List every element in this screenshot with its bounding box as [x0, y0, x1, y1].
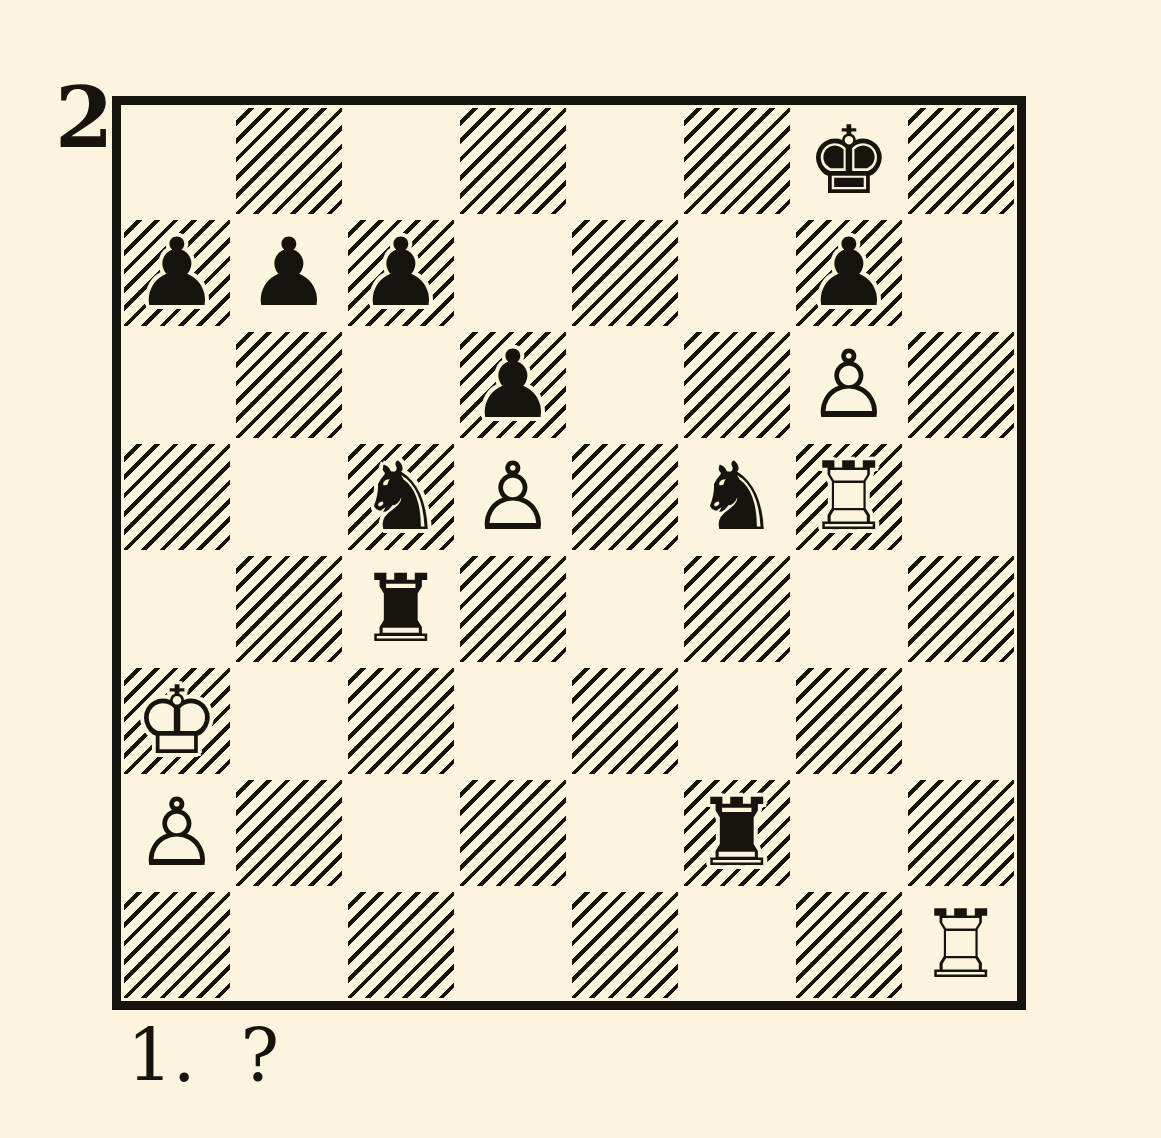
square-b4 [233, 553, 345, 665]
square-c6 [345, 329, 457, 441]
square-b6 [233, 329, 345, 441]
square-e7 [569, 217, 681, 329]
square-g8: ♚♚ [793, 105, 905, 217]
square-f1 [681, 889, 793, 1001]
square-h4 [905, 553, 1017, 665]
square-c7: ♟♟ [345, 217, 457, 329]
white-pawn-glyph: ♙ [121, 777, 233, 889]
black-pawn-glyph: ♟ [121, 217, 233, 329]
white-king-glyph: ♔ [121, 665, 233, 777]
piece-black-king: ♚♚ [793, 105, 905, 217]
square-e4 [569, 553, 681, 665]
square-a6 [121, 329, 233, 441]
square-f2: ♜♜ [681, 777, 793, 889]
square-d1 [457, 889, 569, 1001]
square-h7 [905, 217, 1017, 329]
square-f3 [681, 665, 793, 777]
square-f6 [681, 329, 793, 441]
black-king-glyph: ♚ [793, 105, 905, 217]
square-a3: ♚♔ [121, 665, 233, 777]
square-g6: ♟♙ [793, 329, 905, 441]
black-pawn-glyph: ♟ [233, 217, 345, 329]
square-e5 [569, 441, 681, 553]
square-e8 [569, 105, 681, 217]
square-d3 [457, 665, 569, 777]
chess-board: ♚♚♟♟♟♟♟♟♟♟♟♟♟♙♞♞♟♙♞♞♜♖♜♜♚♔♟♙♜♜♜♖ [121, 105, 1017, 1001]
square-h5 [905, 441, 1017, 553]
square-h6 [905, 329, 1017, 441]
square-g5: ♜♖ [793, 441, 905, 553]
move-prompt: 1. ? [127, 1013, 279, 1099]
square-d6: ♟♟ [457, 329, 569, 441]
square-g3 [793, 665, 905, 777]
square-b7: ♟♟ [233, 217, 345, 329]
square-h3 [905, 665, 1017, 777]
square-c8 [345, 105, 457, 217]
square-a2: ♟♙ [121, 777, 233, 889]
square-e6 [569, 329, 681, 441]
piece-black-knight: ♞♞ [345, 441, 457, 553]
square-a5 [121, 441, 233, 553]
square-b2 [233, 777, 345, 889]
square-f8 [681, 105, 793, 217]
square-b3 [233, 665, 345, 777]
square-h1: ♜♖ [905, 889, 1017, 1001]
square-c5: ♞♞ [345, 441, 457, 553]
piece-black-pawn: ♟♟ [345, 217, 457, 329]
piece-black-pawn: ♟♟ [233, 217, 345, 329]
white-pawn-glyph: ♙ [457, 441, 569, 553]
piece-white-pawn: ♟♙ [121, 777, 233, 889]
square-e2 [569, 777, 681, 889]
black-knight-glyph: ♞ [345, 441, 457, 553]
square-g4 [793, 553, 905, 665]
square-f5: ♞♞ [681, 441, 793, 553]
square-g2 [793, 777, 905, 889]
square-c3 [345, 665, 457, 777]
square-d7 [457, 217, 569, 329]
white-rook-glyph: ♖ [905, 889, 1017, 1001]
black-pawn-glyph: ♟ [457, 329, 569, 441]
square-b1 [233, 889, 345, 1001]
square-h2 [905, 777, 1017, 889]
chess-board-frame: ♚♚♟♟♟♟♟♟♟♟♟♟♟♙♞♞♟♙♞♞♜♖♜♜♚♔♟♙♜♜♜♖ [112, 96, 1026, 1010]
square-d5: ♟♙ [457, 441, 569, 553]
piece-white-pawn: ♟♙ [793, 329, 905, 441]
piece-black-rook: ♜♜ [681, 777, 793, 889]
piece-white-king: ♚♔ [121, 665, 233, 777]
square-f7 [681, 217, 793, 329]
square-g7: ♟♟ [793, 217, 905, 329]
square-h8 [905, 105, 1017, 217]
square-d2 [457, 777, 569, 889]
black-knight-glyph: ♞ [681, 441, 793, 553]
white-rook-glyph: ♖ [793, 441, 905, 553]
square-b8 [233, 105, 345, 217]
square-c4: ♜♜ [345, 553, 457, 665]
square-b5 [233, 441, 345, 553]
square-a7: ♟♟ [121, 217, 233, 329]
square-e1 [569, 889, 681, 1001]
square-a8 [121, 105, 233, 217]
piece-black-pawn: ♟♟ [121, 217, 233, 329]
square-c2 [345, 777, 457, 889]
piece-white-rook: ♜♖ [905, 889, 1017, 1001]
square-e3 [569, 665, 681, 777]
square-f4 [681, 553, 793, 665]
white-pawn-glyph: ♙ [793, 329, 905, 441]
square-d4 [457, 553, 569, 665]
square-a1 [121, 889, 233, 1001]
piece-black-pawn: ♟♟ [457, 329, 569, 441]
black-pawn-glyph: ♟ [793, 217, 905, 329]
square-c1 [345, 889, 457, 1001]
piece-white-pawn: ♟♙ [457, 441, 569, 553]
square-g1 [793, 889, 905, 1001]
square-d8 [457, 105, 569, 217]
piece-black-rook: ♜♜ [345, 553, 457, 665]
piece-white-rook: ♜♖ [793, 441, 905, 553]
black-pawn-glyph: ♟ [345, 217, 457, 329]
square-a4 [121, 553, 233, 665]
diagram-number: 2 [55, 76, 113, 160]
black-rook-glyph: ♜ [681, 777, 793, 889]
black-rook-glyph: ♜ [345, 553, 457, 665]
piece-black-knight: ♞♞ [681, 441, 793, 553]
piece-black-pawn: ♟♟ [793, 217, 905, 329]
